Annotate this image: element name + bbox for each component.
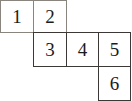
grid-cell-6[interactable]: 6 <box>98 66 131 101</box>
grid-cell-2[interactable]: 2 <box>33 0 67 33</box>
grid-cell-3[interactable]: 3 <box>33 32 67 67</box>
grid-cell-4[interactable]: 4 <box>66 32 99 67</box>
grid-cell-5[interactable]: 5 <box>98 32 131 67</box>
grid-cell-1[interactable]: 1 <box>0 0 34 33</box>
puzzle-board: 123456 <box>0 0 132 101</box>
